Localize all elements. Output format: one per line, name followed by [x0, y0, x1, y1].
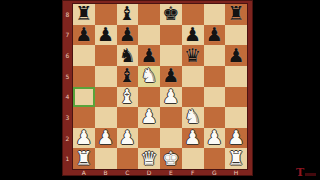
file-label: C: [117, 169, 139, 176]
square-b4[interactable]: [95, 87, 117, 108]
square-f7[interactable]: ♟: [182, 25, 204, 46]
white-pawn[interactable]: ♟: [119, 128, 136, 148]
watermark-t-icon: T: [296, 166, 304, 179]
white-rook[interactable]: ♜: [75, 149, 92, 169]
file-label: H: [225, 169, 247, 176]
square-e3[interactable]: [160, 107, 182, 128]
white-bishop[interactable]: ♝: [119, 87, 136, 107]
square-c3[interactable]: [117, 107, 139, 128]
rank-label: 2: [62, 128, 73, 149]
rank-label: 8: [62, 4, 73, 25]
black-pawn[interactable]: ♟: [206, 25, 223, 45]
video-frame: 8 7 6 5 4 3 2 1 ♜♝♚♜♟♟♟♟♟♞♟♛♟♝♞♟♝♟♟♞♟♟♟♟…: [0, 0, 320, 180]
watermark-text-smudge: [305, 173, 316, 176]
square-b8[interactable]: [95, 4, 117, 25]
square-f6[interactable]: ♛: [182, 45, 204, 66]
square-h5[interactable]: [225, 66, 247, 87]
black-queen[interactable]: ♛: [184, 46, 201, 66]
square-d2[interactable]: [138, 128, 160, 149]
square-b1[interactable]: [95, 148, 117, 169]
square-c7[interactable]: ♟: [117, 25, 139, 46]
square-c1[interactable]: [117, 148, 139, 169]
file-label: F: [182, 169, 204, 176]
white-pawn[interactable]: ♟: [75, 128, 92, 148]
black-pawn[interactable]: ♟: [162, 66, 179, 86]
file-label: E: [160, 169, 182, 176]
square-c8[interactable]: ♝: [117, 4, 139, 25]
square-d6[interactable]: ♟: [138, 45, 160, 66]
square-e7[interactable]: [160, 25, 182, 46]
square-d5[interactable]: ♞: [138, 66, 160, 87]
square-c2[interactable]: ♟: [117, 128, 139, 149]
square-d4[interactable]: [138, 87, 160, 108]
square-g3[interactable]: [204, 107, 226, 128]
square-a8[interactable]: ♜: [73, 4, 95, 25]
square-c4[interactable]: ♝: [117, 87, 139, 108]
white-pawn[interactable]: ♟: [206, 128, 223, 148]
square-e4[interactable]: ♟: [160, 87, 182, 108]
white-pawn[interactable]: ♟: [184, 128, 201, 148]
rank-label: 3: [62, 107, 73, 128]
square-h6[interactable]: ♟: [225, 45, 247, 66]
square-a3[interactable]: [73, 107, 95, 128]
rank-label: 7: [62, 25, 73, 46]
rank-label: 6: [62, 45, 73, 66]
file-label: G: [204, 169, 226, 176]
rank-coordinates: 8 7 6 5 4 3 2 1: [62, 4, 73, 169]
watermark-logo: T: [296, 161, 318, 176]
square-h3[interactable]: [225, 107, 247, 128]
square-f4[interactable]: [182, 87, 204, 108]
square-h8[interactable]: ♜: [225, 4, 247, 25]
square-d1[interactable]: ♛: [138, 148, 160, 169]
square-g8[interactable]: [204, 4, 226, 25]
square-g7[interactable]: ♟: [204, 25, 226, 46]
white-knight[interactable]: ♞: [141, 66, 158, 86]
square-d8[interactable]: [138, 4, 160, 25]
white-pawn[interactable]: ♟: [162, 87, 179, 107]
file-coordinates: A B C D E F G H: [73, 169, 247, 176]
chess-board: ♜♝♚♜♟♟♟♟♟♞♟♛♟♝♞♟♝♟♟♞♟♟♟♟♟♟♜♛♚♜: [73, 4, 247, 169]
file-label: A: [73, 169, 95, 176]
white-pawn[interactable]: ♟: [141, 107, 158, 127]
square-f3[interactable]: ♞: [182, 107, 204, 128]
square-a6[interactable]: [73, 45, 95, 66]
square-c6[interactable]: ♞: [117, 45, 139, 66]
square-d3[interactable]: ♟: [138, 107, 160, 128]
white-pawn[interactable]: ♟: [228, 128, 245, 148]
file-label: B: [95, 169, 117, 176]
black-bishop[interactable]: ♝: [119, 66, 136, 86]
rank-label: 5: [62, 66, 73, 87]
white-king[interactable]: ♚: [162, 149, 179, 169]
square-h7[interactable]: [225, 25, 247, 46]
square-g5[interactable]: [204, 66, 226, 87]
rank-label: 1: [62, 148, 73, 169]
rank-label: 4: [62, 87, 73, 108]
black-pawn[interactable]: ♟: [141, 46, 158, 66]
square-h1[interactable]: ♜: [225, 148, 247, 169]
square-e6[interactable]: [160, 45, 182, 66]
square-e5[interactable]: ♟: [160, 66, 182, 87]
square-f5[interactable]: [182, 66, 204, 87]
file-label: D: [138, 169, 160, 176]
square-b2[interactable]: ♟: [95, 128, 117, 149]
white-rook[interactable]: ♜: [228, 149, 245, 169]
black-pawn[interactable]: ♟: [75, 25, 92, 45]
square-b6[interactable]: [95, 45, 117, 66]
black-rook[interactable]: ♜: [228, 4, 245, 24]
square-g2[interactable]: ♟: [204, 128, 226, 149]
black-knight[interactable]: ♞: [119, 46, 136, 66]
square-b5[interactable]: [95, 66, 117, 87]
black-pawn[interactable]: ♟: [97, 25, 114, 45]
black-rook[interactable]: ♜: [75, 4, 92, 24]
square-a2[interactable]: ♟: [73, 128, 95, 149]
black-pawn[interactable]: ♟: [228, 46, 245, 66]
square-g6[interactable]: [204, 45, 226, 66]
square-g1[interactable]: [204, 148, 226, 169]
square-f1[interactable]: [182, 148, 204, 169]
square-a1[interactable]: ♜: [73, 148, 95, 169]
square-f2[interactable]: ♟: [182, 128, 204, 149]
square-a5[interactable]: [73, 66, 95, 87]
square-b3[interactable]: [95, 107, 117, 128]
square-c5[interactable]: ♝: [117, 66, 139, 87]
white-knight[interactable]: ♞: [184, 107, 201, 127]
square-f8[interactable]: [182, 4, 204, 25]
square-e8[interactable]: ♚: [160, 4, 182, 25]
white-queen[interactable]: ♛: [141, 149, 158, 169]
black-king[interactable]: ♚: [162, 4, 179, 24]
square-h4[interactable]: [225, 87, 247, 108]
black-bishop[interactable]: ♝: [119, 4, 136, 24]
square-e1[interactable]: ♚: [160, 148, 182, 169]
square-b7[interactable]: ♟: [95, 25, 117, 46]
black-pawn[interactable]: ♟: [184, 25, 201, 45]
white-pawn[interactable]: ♟: [97, 128, 114, 148]
square-g4[interactable]: [204, 87, 226, 108]
square-e2[interactable]: [160, 128, 182, 149]
square-d7[interactable]: [138, 25, 160, 46]
chess-board-frame: 8 7 6 5 4 3 2 1 ♜♝♚♜♟♟♟♟♟♞♟♛♟♝♞♟♝♟♟♞♟♟♟♟…: [62, 0, 253, 176]
square-a4[interactable]: [73, 87, 95, 108]
square-a7[interactable]: ♟: [73, 25, 95, 46]
square-h2[interactable]: ♟: [225, 128, 247, 149]
black-pawn[interactable]: ♟: [119, 25, 136, 45]
